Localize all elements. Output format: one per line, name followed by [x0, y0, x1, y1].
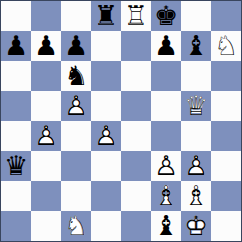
square-f6[interactable] [151, 61, 181, 91]
black-rook-icon: ♜ [91, 1, 121, 31]
square-e5[interactable] [121, 91, 151, 121]
black-pawn-icon: ♟ [61, 31, 91, 61]
square-c7[interactable]: ♟ [61, 31, 91, 61]
black-pawn-icon: ♟ [31, 31, 61, 61]
square-d6[interactable] [91, 61, 121, 91]
square-b6[interactable] [31, 61, 61, 91]
square-a3[interactable]: ♛ [1, 151, 31, 181]
square-g1[interactable]: ♚♔ [181, 211, 211, 241]
square-e2[interactable] [121, 181, 151, 211]
square-f3[interactable]: ♟♙ [151, 151, 181, 181]
black-pawn-icon: ♟ [151, 31, 181, 61]
square-a6[interactable] [1, 61, 31, 91]
square-h3[interactable] [211, 151, 241, 181]
black-bishop-icon: ♝ [181, 31, 211, 61]
square-d8[interactable]: ♜ [91, 1, 121, 31]
black-bishop-icon: ♝ [151, 211, 181, 241]
black-pawn-icon: ♟ [1, 31, 31, 61]
square-b4[interactable]: ♟♙ [31, 121, 61, 151]
chess-board: ♜♜♖♚♟♟♟♟♝♞♘♞♟♙♛♕♟♙♟♙♛♟♙♟♙♝♗♝♗♞♘♝♚♔ [0, 0, 242, 242]
square-b5[interactable] [31, 91, 61, 121]
white-pawn-icon: ♟♙ [91, 121, 121, 151]
white-pawn-icon: ♟♙ [31, 121, 61, 151]
square-b1[interactable] [31, 211, 61, 241]
black-king-icon: ♚ [151, 1, 181, 31]
square-c5[interactable]: ♟♙ [61, 91, 91, 121]
square-f7[interactable]: ♟ [151, 31, 181, 61]
square-f8[interactable]: ♚ [151, 1, 181, 31]
white-knight-icon: ♞♘ [61, 211, 91, 241]
square-h4[interactable] [211, 121, 241, 151]
square-d5[interactable] [91, 91, 121, 121]
square-h6[interactable] [211, 61, 241, 91]
square-e8[interactable]: ♜♖ [121, 1, 151, 31]
square-a2[interactable] [1, 181, 31, 211]
square-f2[interactable]: ♝♗ [151, 181, 181, 211]
square-d3[interactable] [91, 151, 121, 181]
square-a1[interactable] [1, 211, 31, 241]
square-b8[interactable] [31, 1, 61, 31]
white-bishop-icon: ♝♗ [181, 181, 211, 211]
square-c3[interactable] [61, 151, 91, 181]
square-c1[interactable]: ♞♘ [61, 211, 91, 241]
black-queen-icon: ♛ [1, 151, 31, 181]
square-h2[interactable] [211, 181, 241, 211]
white-pawn-icon: ♟♙ [151, 151, 181, 181]
square-c6[interactable]: ♞ [61, 61, 91, 91]
square-a5[interactable] [1, 91, 31, 121]
square-h1[interactable] [211, 211, 241, 241]
square-a7[interactable]: ♟ [1, 31, 31, 61]
square-b2[interactable] [31, 181, 61, 211]
square-g4[interactable] [181, 121, 211, 151]
square-d2[interactable] [91, 181, 121, 211]
square-a4[interactable] [1, 121, 31, 151]
square-g7[interactable]: ♝ [181, 31, 211, 61]
square-f1[interactable]: ♝ [151, 211, 181, 241]
white-knight-icon: ♞♘ [211, 31, 241, 61]
square-d7[interactable] [91, 31, 121, 61]
white-rook-icon: ♜♖ [121, 1, 151, 31]
white-pawn-icon: ♟♙ [181, 151, 211, 181]
square-c4[interactable] [61, 121, 91, 151]
square-c8[interactable] [61, 1, 91, 31]
square-b3[interactable] [31, 151, 61, 181]
white-king-icon: ♚♔ [181, 211, 211, 241]
white-bishop-icon: ♝♗ [151, 181, 181, 211]
square-e6[interactable] [121, 61, 151, 91]
square-h5[interactable] [211, 91, 241, 121]
square-e1[interactable] [121, 211, 151, 241]
square-d1[interactable] [91, 211, 121, 241]
black-knight-icon: ♞ [61, 61, 91, 91]
square-f4[interactable] [151, 121, 181, 151]
white-queen-icon: ♛♕ [181, 91, 211, 121]
square-g2[interactable]: ♝♗ [181, 181, 211, 211]
square-h8[interactable] [211, 1, 241, 31]
square-g6[interactable] [181, 61, 211, 91]
square-g3[interactable]: ♟♙ [181, 151, 211, 181]
square-g8[interactable] [181, 1, 211, 31]
square-a8[interactable] [1, 1, 31, 31]
square-f5[interactable] [151, 91, 181, 121]
square-e4[interactable] [121, 121, 151, 151]
square-e3[interactable] [121, 151, 151, 181]
square-d4[interactable]: ♟♙ [91, 121, 121, 151]
square-h7[interactable]: ♞♘ [211, 31, 241, 61]
white-pawn-icon: ♟♙ [61, 91, 91, 121]
square-e7[interactable] [121, 31, 151, 61]
square-c2[interactable] [61, 181, 91, 211]
square-b7[interactable]: ♟ [31, 31, 61, 61]
square-g5[interactable]: ♛♕ [181, 91, 211, 121]
